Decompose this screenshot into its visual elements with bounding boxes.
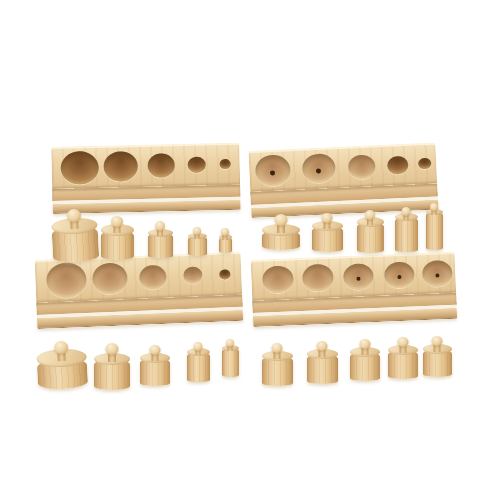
knobbed-cylinder-b1-4: [188, 227, 207, 256]
socket-hole-b2-3: [347, 154, 375, 179]
block-top-face: [51, 143, 240, 189]
knobbed-cylinder-b2-4: [395, 207, 418, 252]
cylinder-knob-neck: [108, 354, 116, 362]
cylinder-knob: [398, 337, 409, 347]
cylinder-knob: [317, 341, 328, 351]
knobbed-cylinder-b3-1: [36, 340, 88, 391]
socket-hole-b1-1: [61, 150, 100, 184]
cylinder-knob-neck: [277, 225, 285, 233]
knobbed-cylinder-b4-2: [307, 341, 338, 384]
cylinder-body: [188, 236, 207, 256]
socket-hole-b4-2: [302, 264, 334, 292]
cylinder-knob: [322, 213, 333, 223]
cylinder-knob-neck: [274, 352, 281, 359]
knobbed-cylinder-b2-2: [312, 213, 343, 252]
cylinder-body: [222, 348, 239, 377]
socket-hole-b1-4: [187, 157, 205, 173]
cylinder-knob: [155, 221, 165, 231]
knobbed-cylinder-b4-3: [350, 339, 380, 381]
cylinder-knob-neck: [114, 226, 121, 233]
knobbed-cylinder-b1-1: [51, 208, 100, 263]
cylinder-body: [187, 352, 210, 382]
cylinder-knob: [221, 228, 229, 236]
cylinder-knob-neck: [400, 346, 407, 353]
pin-hole-dot: [356, 276, 360, 280]
knobbed-cylinder-b4-5: [423, 336, 452, 377]
socket-hole-b1-5: [220, 159, 231, 169]
pin-hole-dot: [316, 168, 321, 173]
cylinder-knob-neck: [434, 345, 441, 352]
socket-hole-b4-3: [343, 263, 374, 290]
cylinder-knob-neck: [57, 353, 65, 361]
cylinder-body: [426, 212, 443, 250]
socket-hole-b1-3: [147, 153, 175, 178]
socket-hole-b4-1: [262, 265, 294, 293]
pin-hole-dot: [435, 273, 439, 277]
cylinder-knob-neck: [319, 350, 326, 357]
knobbed-cylinder-b1-5: [219, 228, 232, 253]
cylinder-knob-neck: [70, 221, 78, 229]
socket-hole-b3-3: [139, 264, 167, 289]
knobbed-cylinder-b3-5: [222, 339, 239, 377]
knobbed-cylinder-b2-1: [262, 214, 300, 250]
knobbed-cylinder-b3-4: [187, 342, 210, 382]
knobbed-cylinder-b1-2: [101, 216, 134, 260]
cylinder-knob: [275, 214, 288, 226]
block-top-face: [251, 252, 456, 301]
cylinder-knob: [272, 343, 283, 353]
cylinder-knob: [193, 227, 201, 235]
socket-hole-b3-4: [183, 266, 203, 284]
cylinder-knob: [402, 207, 411, 216]
socket-hole-b1-2: [103, 151, 138, 182]
cylinder-knob: [106, 343, 119, 355]
knobbed-cylinder-b1-3: [148, 221, 173, 258]
socket-hole-b3-2: [91, 262, 127, 294]
cylinder-knob: [430, 203, 438, 211]
pin-hole-dot: [270, 170, 275, 175]
cylinder-knob-neck: [362, 348, 369, 355]
knobbed-cylinder-b2-3: [357, 210, 384, 253]
knobbed-cylinder-b3-3: [140, 345, 170, 386]
cylinder-knob: [226, 339, 234, 347]
socket-hole-b2-2: [301, 153, 335, 183]
cylinder-knob: [365, 210, 375, 220]
socket-hole-b4-4: [384, 261, 415, 288]
socket-hole-b2-5: [418, 158, 431, 170]
cylinder-knob-neck: [152, 354, 159, 361]
cylinder-knob: [150, 345, 161, 355]
cylinder-knob: [111, 216, 123, 227]
knobbed-cylinder-b3-2: [94, 343, 130, 390]
pin-hole-dot: [397, 275, 401, 279]
cylinder-block-4: [251, 252, 458, 327]
cylinder-body: [395, 217, 418, 252]
socket-hole-b4-5: [421, 259, 452, 286]
socket-hole-b2-4: [387, 155, 409, 174]
knobbed-cylinder-b4-4: [388, 337, 418, 379]
block-top-face: [248, 143, 437, 192]
cylinder-block-3: [35, 252, 244, 329]
cylinder-block-1: [51, 143, 240, 214]
cylinder-knob-neck: [324, 222, 331, 229]
socket-hole-b3-1: [46, 262, 87, 299]
cylinder-knob: [360, 339, 371, 349]
cylinder-knob: [194, 342, 203, 351]
socket-hole-b2-1: [255, 154, 291, 187]
socket-hole-b3-5: [219, 269, 230, 279]
knobbed-cylinder-b2-5: [426, 203, 443, 250]
product-photo-montessori-cylinder-blocks: [0, 0, 500, 500]
cylinder-knob: [432, 336, 443, 346]
knobbed-cylinder-b4-1: [262, 343, 293, 386]
